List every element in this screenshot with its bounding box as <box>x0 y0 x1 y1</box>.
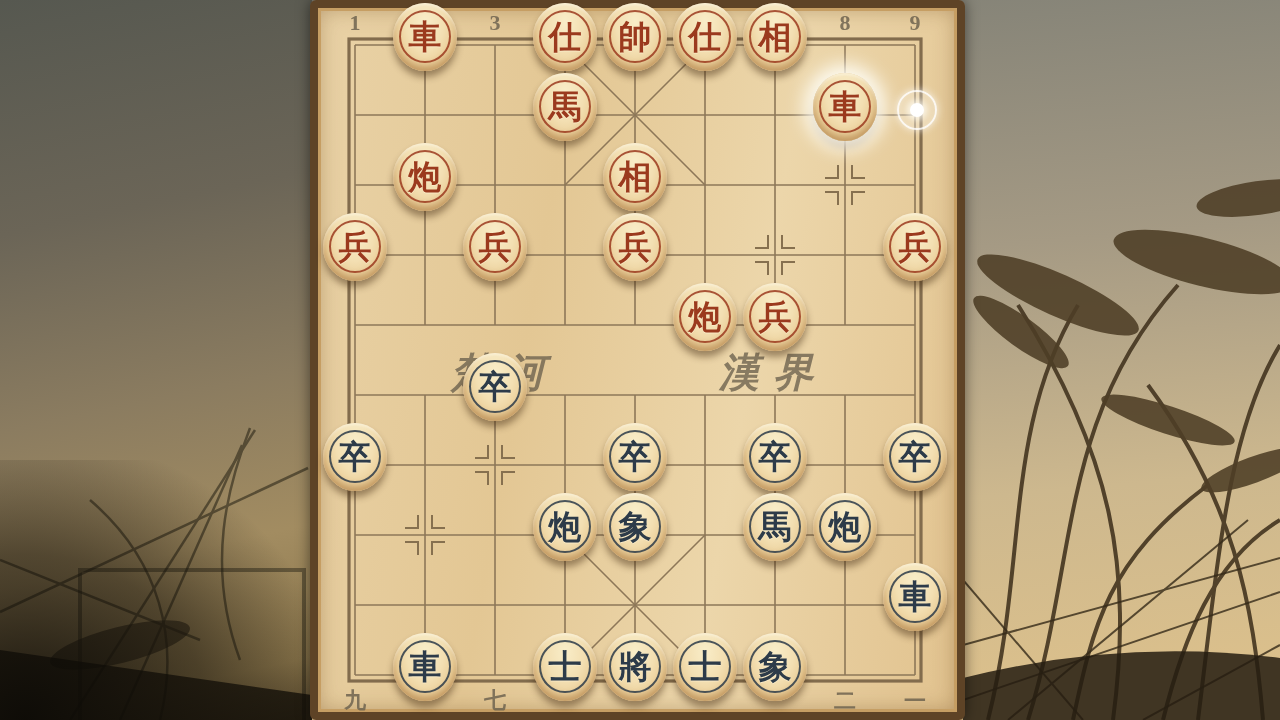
cursor-click-indicator <box>897 90 937 130</box>
piece-red-soldier[interactable]: 兵 <box>463 213 527 281</box>
piece-character: 炮 <box>689 301 722 334</box>
river-text-right: 漢界 <box>719 345 827 400</box>
piece-character: 兵 <box>339 231 372 264</box>
piece-black-chariot[interactable]: 車 <box>393 633 457 701</box>
piece-black-soldier[interactable]: 卒 <box>323 423 387 491</box>
top-file-label-9: 9 <box>910 10 921 36</box>
piece-character: 相 <box>759 21 792 54</box>
bottom-file-label-七: 七 <box>484 686 506 716</box>
piece-black-general[interactable]: 將 <box>603 633 667 701</box>
piece-black-horse[interactable]: 馬 <box>743 493 807 561</box>
piece-black-advisor[interactable]: 士 <box>533 633 597 701</box>
piece-red-elephant[interactable]: 相 <box>603 143 667 211</box>
piece-red-soldier[interactable]: 兵 <box>323 213 387 281</box>
piece-character: 帥 <box>619 21 652 54</box>
reeds-silhouette-right <box>963 0 1280 720</box>
top-file-label-8: 8 <box>840 10 851 36</box>
bottom-file-label-九: 九 <box>344 686 366 716</box>
piece-character: 車 <box>829 91 862 124</box>
piece-red-cannon[interactable]: 炮 <box>673 283 737 351</box>
xiangqi-board[interactable]: 1389九七二一 楚河 漢界 車仕帥仕相馬車炮相兵兵兵兵炮兵卒卒卒卒卒炮象馬炮車… <box>310 0 965 720</box>
piece-red-elephant[interactable]: 相 <box>743 3 807 71</box>
piece-character: 仕 <box>689 21 722 54</box>
piece-black-cannon[interactable]: 炮 <box>813 493 877 561</box>
piece-character: 兵 <box>619 231 652 264</box>
piece-character: 卒 <box>619 441 652 474</box>
piece-character: 仕 <box>549 21 582 54</box>
piece-character: 炮 <box>549 511 582 544</box>
piece-character: 兵 <box>759 301 792 334</box>
piece-character: 馬 <box>549 91 582 124</box>
piece-character: 士 <box>689 651 722 684</box>
piece-red-chariot[interactable]: 車 <box>813 73 877 141</box>
piece-character: 炮 <box>409 161 442 194</box>
top-file-label-3: 3 <box>490 10 501 36</box>
piece-red-soldier[interactable]: 兵 <box>883 213 947 281</box>
piece-red-advisor[interactable]: 仕 <box>533 3 597 71</box>
piece-character: 車 <box>409 651 442 684</box>
piece-character: 卒 <box>899 441 932 474</box>
piece-character: 象 <box>759 651 792 684</box>
piece-character: 士 <box>549 651 582 684</box>
piece-black-cannon[interactable]: 炮 <box>533 493 597 561</box>
piece-black-soldier[interactable]: 卒 <box>883 423 947 491</box>
piece-black-elephant[interactable]: 象 <box>603 493 667 561</box>
piece-character: 車 <box>409 21 442 54</box>
piece-character: 將 <box>619 651 652 684</box>
piece-red-general[interactable]: 帥 <box>603 3 667 71</box>
background-left-photo <box>0 0 312 720</box>
piece-black-soldier[interactable]: 卒 <box>743 423 807 491</box>
piece-black-elephant[interactable]: 象 <box>743 633 807 701</box>
piece-red-soldier[interactable]: 兵 <box>603 213 667 281</box>
piece-character: 炮 <box>829 511 862 544</box>
piece-red-chariot[interactable]: 車 <box>393 3 457 71</box>
piece-character: 卒 <box>759 441 792 474</box>
piece-black-soldier[interactable]: 卒 <box>603 423 667 491</box>
piece-black-advisor[interactable]: 士 <box>673 633 737 701</box>
piece-character: 馬 <box>759 511 792 544</box>
piece-character: 象 <box>619 511 652 544</box>
piece-character: 兵 <box>899 231 932 264</box>
piece-red-cannon[interactable]: 炮 <box>393 143 457 211</box>
game-screen: 1389九七二一 楚河 漢界 車仕帥仕相馬車炮相兵兵兵兵炮兵卒卒卒卒卒炮象馬炮車… <box>0 0 1280 720</box>
vignette <box>0 460 312 720</box>
bottom-file-label-一: 一 <box>904 686 926 716</box>
background-right-photo <box>963 0 1280 720</box>
piece-character: 兵 <box>479 231 512 264</box>
piece-red-advisor[interactable]: 仕 <box>673 3 737 71</box>
piece-character: 卒 <box>339 441 372 474</box>
piece-character: 相 <box>619 161 652 194</box>
piece-black-soldier[interactable]: 卒 <box>463 353 527 421</box>
piece-character: 卒 <box>479 371 512 404</box>
bottom-file-label-二: 二 <box>834 686 856 716</box>
piece-red-soldier[interactable]: 兵 <box>743 283 807 351</box>
top-file-label-1: 1 <box>350 10 361 36</box>
piece-character: 車 <box>899 581 932 614</box>
piece-red-horse[interactable]: 馬 <box>533 73 597 141</box>
piece-black-chariot[interactable]: 車 <box>883 563 947 631</box>
